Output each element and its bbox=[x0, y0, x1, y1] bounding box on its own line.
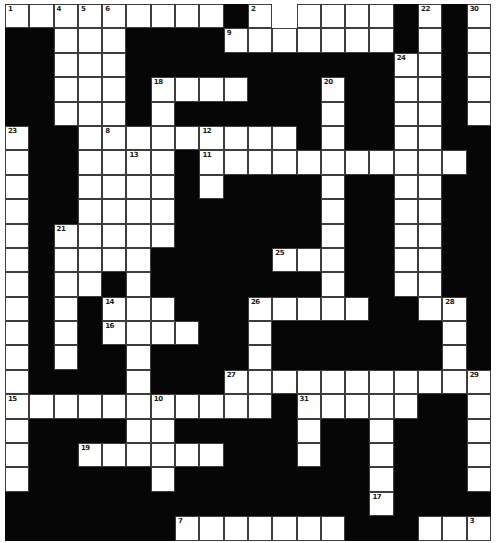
black-cell-r5c9 bbox=[199, 102, 223, 126]
black-cell-r10c9 bbox=[199, 224, 223, 248]
grid-cell-r1c14[interactable] bbox=[321, 4, 345, 28]
grid-cell-r20c7[interactable] bbox=[151, 467, 175, 491]
grid-cell-r12c6[interactable] bbox=[126, 272, 150, 296]
grid-cell-r13c11[interactable]: 26 bbox=[248, 297, 272, 321]
grid-cell-r4c9[interactable] bbox=[199, 77, 223, 101]
clue-number: 29 bbox=[470, 372, 479, 379]
grid-cell-r14c6[interactable] bbox=[126, 321, 150, 345]
black-cell-r21c18 bbox=[418, 492, 442, 516]
black-cell-r8c8 bbox=[175, 175, 199, 199]
black-cell-r17c19 bbox=[442, 394, 466, 418]
grid-cell-r8c17[interactable] bbox=[394, 175, 418, 199]
grid-cell-r19c6[interactable] bbox=[126, 443, 150, 467]
grid-cell-r1c20[interactable]: 30 bbox=[467, 4, 491, 28]
grid-cell-r16c20[interactable]: 29 bbox=[467, 370, 491, 394]
grid-cell-r8c14[interactable] bbox=[321, 175, 345, 199]
grid-cell-r22c8[interactable]: 7 bbox=[175, 516, 199, 540]
grid-cell-r11c18[interactable] bbox=[418, 248, 442, 272]
black-cell-r2c6 bbox=[126, 28, 150, 52]
grid-cell-r17c14[interactable] bbox=[321, 394, 345, 418]
black-cell-r21c15 bbox=[345, 492, 369, 516]
grid-cell-r2c14[interactable] bbox=[321, 28, 345, 52]
grid-cell-r10c1[interactable] bbox=[5, 224, 29, 248]
grid-cell-r7c6[interactable]: 13 bbox=[126, 150, 150, 174]
grid-cell-r7c1[interactable] bbox=[5, 150, 29, 174]
grid-cell-r13c14[interactable] bbox=[321, 297, 345, 321]
black-cell-r12c7 bbox=[151, 272, 175, 296]
grid-cell-r7c4[interactable] bbox=[78, 150, 102, 174]
grid-cell-r3c17[interactable]: 24 bbox=[394, 53, 418, 77]
grid-cell-r15c11[interactable] bbox=[248, 345, 272, 369]
grid-cell-r22c10[interactable] bbox=[224, 516, 248, 540]
grid-cell-r15c1[interactable] bbox=[5, 345, 29, 369]
grid-cell-r7c19[interactable] bbox=[442, 150, 466, 174]
grid-cell-r11c3[interactable] bbox=[54, 248, 78, 272]
grid-cell-r5c4[interactable] bbox=[78, 102, 102, 126]
grid-cell-r16c16[interactable] bbox=[369, 370, 393, 394]
black-cell-r16c3 bbox=[54, 370, 78, 394]
black-cell-r11c10 bbox=[224, 248, 248, 272]
grid-cell-r17c20[interactable] bbox=[467, 394, 491, 418]
grid-cell-r2c16[interactable] bbox=[369, 28, 393, 52]
grid-cell-r9c14[interactable] bbox=[321, 199, 345, 223]
grid-cell-r13c18[interactable] bbox=[418, 297, 442, 321]
grid-cell-r17c8[interactable] bbox=[175, 394, 199, 418]
grid-cell-r16c12[interactable] bbox=[272, 370, 296, 394]
grid-cell-r6c14[interactable] bbox=[321, 126, 345, 150]
grid-cell-r13c15[interactable] bbox=[345, 297, 369, 321]
grid-cell-r16c1[interactable] bbox=[5, 370, 29, 394]
grid-cell-r7c14[interactable] bbox=[321, 150, 345, 174]
clue-number: 13 bbox=[129, 152, 138, 159]
grid-cell-r19c5[interactable] bbox=[102, 443, 126, 467]
black-cell-r4c6 bbox=[126, 77, 150, 101]
grid-cell-r1c4[interactable]: 5 bbox=[78, 4, 102, 28]
grid-cell-r12c1[interactable] bbox=[5, 272, 29, 296]
grid-cell-r19c8[interactable] bbox=[175, 443, 199, 467]
grid-cell-r10c5[interactable] bbox=[102, 224, 126, 248]
grid-cell-r8c6[interactable] bbox=[126, 175, 150, 199]
black-cell-r10c20 bbox=[467, 224, 491, 248]
grid-cell-r17c5[interactable] bbox=[102, 394, 126, 418]
grid-cell-r16c15[interactable] bbox=[345, 370, 369, 394]
grid-cell-r7c5[interactable] bbox=[102, 150, 126, 174]
grid-cell-r18c16[interactable] bbox=[369, 419, 393, 443]
black-cell-r22c16 bbox=[369, 516, 393, 540]
grid-cell-r18c20[interactable] bbox=[467, 419, 491, 443]
grid-cell-r17c9[interactable] bbox=[199, 394, 223, 418]
clue-number: 18 bbox=[154, 79, 163, 86]
black-cell-r19c18 bbox=[418, 443, 442, 467]
black-cell-r13c8 bbox=[175, 297, 199, 321]
grid-cell-r14c5[interactable]: 16 bbox=[102, 321, 126, 345]
clue-number: 30 bbox=[470, 6, 479, 13]
grid-cell-r6c17[interactable] bbox=[394, 126, 418, 150]
clue-number: 2 bbox=[251, 6, 255, 13]
black-cell-r8c16 bbox=[369, 175, 393, 199]
grid-cell-r7c10[interactable] bbox=[224, 150, 248, 174]
clue-number: 11 bbox=[202, 152, 211, 159]
grid-cell-r22c19[interactable] bbox=[442, 516, 466, 540]
black-cell-r7c2 bbox=[29, 150, 53, 174]
grid-cell-r2c20[interactable] bbox=[467, 28, 491, 52]
grid-cell-r17c3[interactable] bbox=[54, 394, 78, 418]
black-cell-r10c8 bbox=[175, 224, 199, 248]
grid-cell-r3c20[interactable] bbox=[467, 53, 491, 77]
grid-cell-r22c14[interactable] bbox=[321, 516, 345, 540]
grid-cell-r18c13[interactable] bbox=[297, 419, 321, 443]
grid-cell-r21c16[interactable]: 17 bbox=[369, 492, 393, 516]
grid-cell-r6c7[interactable] bbox=[151, 126, 175, 150]
grid-cell-r12c3[interactable] bbox=[54, 272, 78, 296]
grid-cell-r1c18[interactable]: 22 bbox=[418, 4, 442, 28]
grid-cell-r12c18[interactable] bbox=[418, 272, 442, 296]
grid-cell-r11c1[interactable] bbox=[5, 248, 29, 272]
grid-cell-r2c15[interactable] bbox=[345, 28, 369, 52]
grid-cell-r13c3[interactable] bbox=[54, 297, 78, 321]
grid-cell-r10c7[interactable] bbox=[151, 224, 175, 248]
grid-cell-r9c7[interactable] bbox=[151, 199, 175, 223]
black-cell-r8c15 bbox=[345, 175, 369, 199]
grid-cell-r16c19[interactable] bbox=[442, 370, 466, 394]
grid-cell-r19c20[interactable] bbox=[467, 443, 491, 467]
grid-cell-r1c11[interactable]: 2 bbox=[248, 4, 272, 28]
grid-cell-r12c14[interactable] bbox=[321, 272, 345, 296]
grid-cell-r3c5[interactable] bbox=[102, 53, 126, 77]
grid-cell-r1c8[interactable] bbox=[175, 4, 199, 28]
black-cell-r21c5 bbox=[102, 492, 126, 516]
grid-cell-r14c8[interactable] bbox=[175, 321, 199, 345]
grid-cell-r16c10[interactable]: 27 bbox=[224, 370, 248, 394]
grid-cell-r4c5[interactable] bbox=[102, 77, 126, 101]
black-cell-r21c2 bbox=[29, 492, 53, 516]
grid-cell-r17c11[interactable] bbox=[248, 394, 272, 418]
grid-cell-r16c17[interactable] bbox=[394, 370, 418, 394]
grid-cell-r7c12[interactable] bbox=[272, 150, 296, 174]
void-cell-r1c12 bbox=[272, 4, 296, 28]
grid-cell-r10c14[interactable] bbox=[321, 224, 345, 248]
black-cell-r11c9 bbox=[199, 248, 223, 272]
grid-cell-r5c3[interactable] bbox=[54, 102, 78, 126]
black-cell-r16c9 bbox=[199, 370, 223, 394]
grid-cell-r6c11[interactable] bbox=[248, 126, 272, 150]
grid-cell-r6c12[interactable] bbox=[272, 126, 296, 150]
grid-cell-r1c1[interactable]: 1 bbox=[5, 4, 29, 28]
black-cell-r6c3 bbox=[54, 126, 78, 150]
grid-cell-r1c5[interactable]: 6 bbox=[102, 4, 126, 28]
grid-cell-r4c8[interactable] bbox=[175, 77, 199, 101]
black-cell-r12c19 bbox=[442, 272, 466, 296]
grid-cell-r17c7[interactable]: 10 bbox=[151, 394, 175, 418]
grid-cell-r8c1[interactable] bbox=[5, 175, 29, 199]
grid-cell-r15c6[interactable] bbox=[126, 345, 150, 369]
grid-cell-r2c10[interactable]: 9 bbox=[224, 28, 248, 52]
grid-cell-r18c1[interactable] bbox=[5, 419, 29, 443]
black-cell-r18c11 bbox=[248, 419, 272, 443]
grid-cell-r5c20[interactable] bbox=[467, 102, 491, 126]
grid-cell-r4c17[interactable] bbox=[394, 77, 418, 101]
grid-cell-r9c17[interactable] bbox=[394, 199, 418, 223]
clue-number: 19 bbox=[81, 445, 90, 452]
black-cell-r12c10 bbox=[224, 272, 248, 296]
black-cell-r17c18 bbox=[418, 394, 442, 418]
grid-cell-r11c13[interactable] bbox=[297, 248, 321, 272]
grid-cell-r1c7[interactable] bbox=[151, 4, 175, 28]
grid-cell-r9c18[interactable] bbox=[418, 199, 442, 223]
grid-cell-r2c18[interactable] bbox=[418, 28, 442, 52]
black-cell-r15c8 bbox=[175, 345, 199, 369]
clue-number: 22 bbox=[421, 6, 430, 13]
grid-cell-r2c11[interactable] bbox=[248, 28, 272, 52]
grid-cell-r19c4[interactable]: 19 bbox=[78, 443, 102, 467]
grid-cell-r10c4[interactable] bbox=[78, 224, 102, 248]
grid-cell-r5c18[interactable] bbox=[418, 102, 442, 126]
grid-cell-r5c7[interactable] bbox=[151, 102, 175, 126]
grid-cell-r11c6[interactable] bbox=[126, 248, 150, 272]
grid-cell-r11c5[interactable] bbox=[102, 248, 126, 272]
grid-cell-r2c4[interactable] bbox=[78, 28, 102, 52]
grid-cell-r22c12[interactable] bbox=[272, 516, 296, 540]
black-cell-r19c14 bbox=[321, 443, 345, 467]
grid-cell-r4c20[interactable] bbox=[467, 77, 491, 101]
grid-cell-r17c10[interactable] bbox=[224, 394, 248, 418]
grid-cell-r1c9[interactable] bbox=[199, 4, 223, 28]
black-cell-r7c20 bbox=[467, 150, 491, 174]
clue-number: 8 bbox=[105, 128, 109, 135]
grid-cell-r13c12[interactable] bbox=[272, 297, 296, 321]
black-cell-r13c9 bbox=[199, 297, 223, 321]
black-cell-r18c2 bbox=[29, 419, 53, 443]
grid-cell-r13c5[interactable]: 14 bbox=[102, 297, 126, 321]
black-cell-r20c17 bbox=[394, 467, 418, 491]
grid-cell-r22c13[interactable] bbox=[297, 516, 321, 540]
black-cell-r8c2 bbox=[29, 175, 53, 199]
black-cell-r4c15 bbox=[345, 77, 369, 101]
black-cell-r19c10 bbox=[224, 443, 248, 467]
grid-cell-r10c6[interactable] bbox=[126, 224, 150, 248]
black-cell-r4c12 bbox=[272, 77, 296, 101]
black-cell-r14c12 bbox=[272, 321, 296, 345]
black-cell-r22c6 bbox=[126, 516, 150, 540]
grid-cell-r13c13[interactable] bbox=[297, 297, 321, 321]
grid-cell-r17c1[interactable]: 15 bbox=[5, 394, 29, 418]
black-cell-r3c14 bbox=[321, 53, 345, 77]
grid-cell-r13c6[interactable] bbox=[126, 297, 150, 321]
grid-cell-r11c17[interactable] bbox=[394, 248, 418, 272]
grid-cell-r6c9[interactable]: 12 bbox=[199, 126, 223, 150]
black-cell-r16c4 bbox=[78, 370, 102, 394]
black-cell-r19c12 bbox=[272, 443, 296, 467]
grid-cell-r6c8[interactable] bbox=[175, 126, 199, 150]
grid-cell-r14c11[interactable] bbox=[248, 321, 272, 345]
grid-cell-r1c2[interactable] bbox=[29, 4, 53, 28]
grid-cell-r3c3[interactable] bbox=[54, 53, 78, 77]
black-cell-r3c16 bbox=[369, 53, 393, 77]
grid-cell-r22c18[interactable] bbox=[418, 516, 442, 540]
grid-cell-r17c6[interactable] bbox=[126, 394, 150, 418]
grid-cell-r7c15[interactable] bbox=[345, 150, 369, 174]
grid-cell-r2c3[interactable] bbox=[54, 28, 78, 52]
grid-cell-r4c3[interactable] bbox=[54, 77, 78, 101]
grid-cell-r19c16[interactable] bbox=[369, 443, 393, 467]
grid-cell-r1c16[interactable] bbox=[369, 4, 393, 28]
grid-cell-r16c13[interactable] bbox=[297, 370, 321, 394]
black-cell-r10c2 bbox=[29, 224, 53, 248]
grid-cell-r8c9[interactable] bbox=[199, 175, 223, 199]
grid-cell-r22c20[interactable]: 3 bbox=[467, 516, 491, 540]
grid-cell-r3c18[interactable] bbox=[418, 53, 442, 77]
grid-cell-r1c15[interactable] bbox=[345, 4, 369, 28]
grid-cell-r4c18[interactable] bbox=[418, 77, 442, 101]
black-cell-r2c2 bbox=[29, 28, 53, 52]
black-cell-r9c10 bbox=[224, 199, 248, 223]
grid-cell-r16c18[interactable] bbox=[418, 370, 442, 394]
grid-cell-r2c13[interactable] bbox=[297, 28, 321, 52]
black-cell-r18c17 bbox=[394, 419, 418, 443]
grid-cell-r13c7[interactable] bbox=[151, 297, 175, 321]
black-cell-r14c9 bbox=[199, 321, 223, 345]
grid-cell-r13c1[interactable] bbox=[5, 297, 29, 321]
black-cell-r18c9 bbox=[199, 419, 223, 443]
grid-cell-r7c17[interactable] bbox=[394, 150, 418, 174]
grid-cell-r17c17[interactable] bbox=[394, 394, 418, 418]
grid-cell-r19c1[interactable] bbox=[5, 443, 29, 467]
grid-cell-r4c10[interactable] bbox=[224, 77, 248, 101]
grid-cell-r15c19[interactable] bbox=[442, 345, 466, 369]
grid-cell-r16c14[interactable] bbox=[321, 370, 345, 394]
black-cell-r14c4 bbox=[78, 321, 102, 345]
black-cell-r3c19 bbox=[442, 53, 466, 77]
grid-cell-r7c11[interactable] bbox=[248, 150, 272, 174]
black-cell-r20c9 bbox=[199, 467, 223, 491]
grid-cell-r17c16[interactable] bbox=[369, 394, 393, 418]
grid-cell-r7c7[interactable] bbox=[151, 150, 175, 174]
black-cell-r19c15 bbox=[345, 443, 369, 467]
black-cell-r20c3 bbox=[54, 467, 78, 491]
black-cell-r4c11 bbox=[248, 77, 272, 101]
grid-cell-r11c14[interactable] bbox=[321, 248, 345, 272]
black-cell-r20c12 bbox=[272, 467, 296, 491]
grid-cell-r7c13[interactable] bbox=[297, 150, 321, 174]
grid-cell-r1c3[interactable]: 4 bbox=[54, 4, 78, 28]
grid-cell-r6c10[interactable] bbox=[224, 126, 248, 150]
grid-cell-r3c4[interactable] bbox=[78, 53, 102, 77]
grid-cell-r18c7[interactable] bbox=[151, 419, 175, 443]
grid-cell-r19c9[interactable] bbox=[199, 443, 223, 467]
black-cell-r22c7 bbox=[151, 516, 175, 540]
clue-number: 17 bbox=[372, 494, 381, 501]
grid-cell-r14c1[interactable] bbox=[5, 321, 29, 345]
grid-cell-r20c1[interactable] bbox=[5, 467, 29, 491]
grid-cell-r16c6[interactable] bbox=[126, 370, 150, 394]
grid-cell-r6c1[interactable]: 23 bbox=[5, 126, 29, 150]
grid-cell-r17c2[interactable] bbox=[29, 394, 53, 418]
black-cell-r21c6 bbox=[126, 492, 150, 516]
grid-cell-r19c13[interactable] bbox=[297, 443, 321, 467]
grid-cell-r1c13[interactable] bbox=[297, 4, 321, 28]
grid-cell-r4c7[interactable]: 18 bbox=[151, 77, 175, 101]
grid-cell-r8c7[interactable] bbox=[151, 175, 175, 199]
grid-cell-r9c4[interactable] bbox=[78, 199, 102, 223]
black-cell-r11c8 bbox=[175, 248, 199, 272]
grid-cell-r8c4[interactable] bbox=[78, 175, 102, 199]
black-cell-r3c10 bbox=[224, 53, 248, 77]
grid-cell-r14c7[interactable] bbox=[151, 321, 175, 345]
black-cell-r8c20 bbox=[467, 175, 491, 199]
black-cell-r9c15 bbox=[345, 199, 369, 223]
grid-cell-r17c4[interactable] bbox=[78, 394, 102, 418]
black-cell-r12c8 bbox=[175, 272, 199, 296]
black-cell-r12c16 bbox=[369, 272, 393, 296]
grid-cell-r8c18[interactable] bbox=[418, 175, 442, 199]
grid-cell-r5c14[interactable] bbox=[321, 102, 345, 126]
black-cell-r6c2 bbox=[29, 126, 53, 150]
grid-cell-r22c9[interactable] bbox=[199, 516, 223, 540]
grid-cell-r22c11[interactable] bbox=[248, 516, 272, 540]
grid-cell-r20c20[interactable] bbox=[467, 467, 491, 491]
black-cell-r20c2 bbox=[29, 467, 53, 491]
grid-cell-r7c16[interactable] bbox=[369, 150, 393, 174]
grid-cell-r11c4[interactable] bbox=[78, 248, 102, 272]
grid-cell-r2c12[interactable] bbox=[272, 28, 296, 52]
clue-number: 21 bbox=[57, 226, 66, 233]
grid-cell-r10c3[interactable]: 21 bbox=[54, 224, 78, 248]
black-cell-r14c10 bbox=[224, 321, 248, 345]
grid-cell-r18c6[interactable] bbox=[126, 419, 150, 443]
black-cell-r6c16 bbox=[369, 126, 393, 150]
grid-cell-r1c6[interactable] bbox=[126, 4, 150, 28]
grid-cell-r17c15[interactable] bbox=[345, 394, 369, 418]
grid-cell-r6c5[interactable]: 8 bbox=[102, 126, 126, 150]
grid-cell-r19c7[interactable] bbox=[151, 443, 175, 467]
grid-cell-r15c3[interactable] bbox=[54, 345, 78, 369]
grid-cell-r9c5[interactable] bbox=[102, 199, 126, 223]
black-cell-r2c17 bbox=[394, 28, 418, 52]
grid-cell-r12c4[interactable] bbox=[78, 272, 102, 296]
grid-cell-r7c18[interactable] bbox=[418, 150, 442, 174]
grid-cell-r6c4[interactable] bbox=[78, 126, 102, 150]
grid-cell-r2c5[interactable] bbox=[102, 28, 126, 52]
black-cell-r12c2 bbox=[29, 272, 53, 296]
black-cell-r10c16 bbox=[369, 224, 393, 248]
grid-cell-r20c16[interactable] bbox=[369, 467, 393, 491]
grid-cell-r17c13[interactable]: 31 bbox=[297, 394, 321, 418]
grid-cell-r16c11[interactable] bbox=[248, 370, 272, 394]
grid-cell-r8c5[interactable] bbox=[102, 175, 126, 199]
clue-number: 26 bbox=[251, 299, 260, 306]
grid-cell-r10c17[interactable] bbox=[394, 224, 418, 248]
grid-cell-r10c18[interactable] bbox=[418, 224, 442, 248]
black-cell-r3c12 bbox=[272, 53, 296, 77]
grid-cell-r12c17[interactable] bbox=[394, 272, 418, 296]
grid-cell-r4c4[interactable] bbox=[78, 77, 102, 101]
grid-cell-r11c12[interactable]: 25 bbox=[272, 248, 296, 272]
grid-cell-r13c19[interactable]: 28 bbox=[442, 297, 466, 321]
black-cell-r20c19 bbox=[442, 467, 466, 491]
grid-cell-r4c14[interactable]: 20 bbox=[321, 77, 345, 101]
black-cell-r12c5 bbox=[102, 272, 126, 296]
grid-cell-r6c6[interactable] bbox=[126, 126, 150, 150]
grid-cell-r9c1[interactable] bbox=[5, 199, 29, 223]
grid-cell-r9c6[interactable] bbox=[126, 199, 150, 223]
grid-cell-r5c17[interactable] bbox=[394, 102, 418, 126]
grid-cell-r5c5[interactable] bbox=[102, 102, 126, 126]
grid-cell-r7c9[interactable]: 11 bbox=[199, 150, 223, 174]
grid-cell-r14c19[interactable] bbox=[442, 321, 466, 345]
grid-cell-r14c3[interactable] bbox=[54, 321, 78, 345]
grid-cell-r6c18[interactable] bbox=[418, 126, 442, 150]
black-cell-r12c15 bbox=[345, 272, 369, 296]
